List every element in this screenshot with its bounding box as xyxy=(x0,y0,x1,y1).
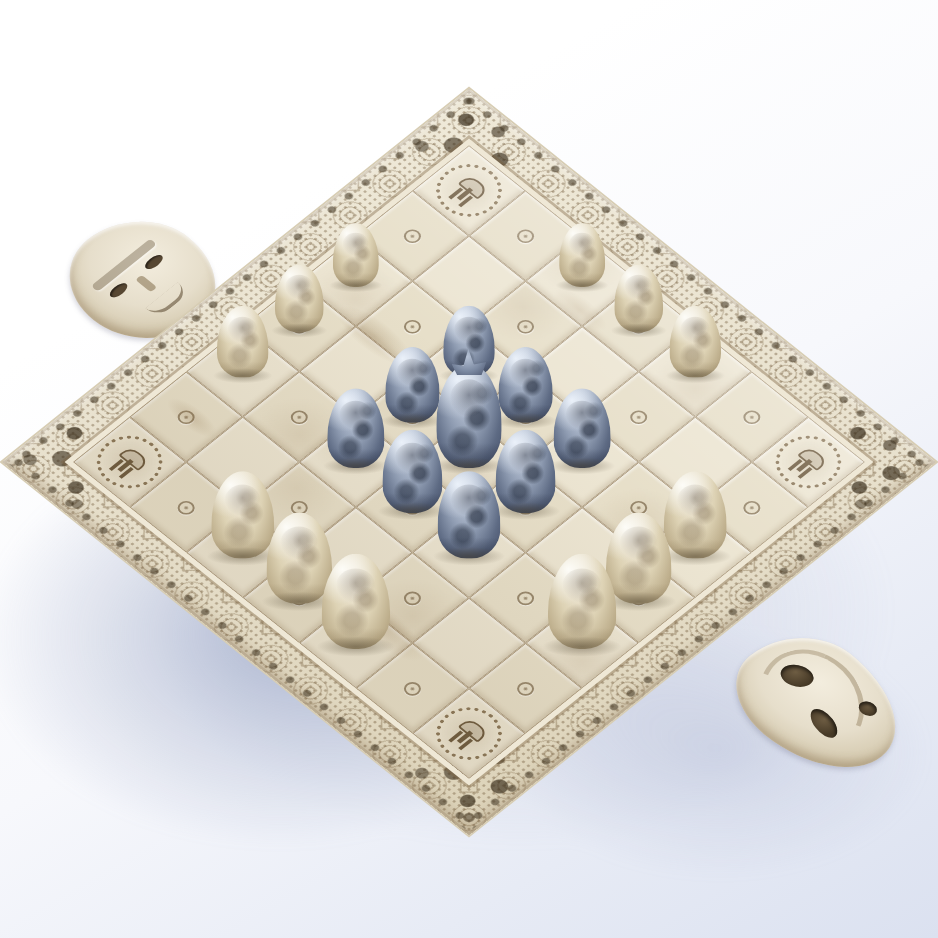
helmet-cross-emblem-icon xyxy=(108,445,150,479)
face-nose xyxy=(135,275,157,293)
attacker-piece[interactable] xyxy=(559,223,605,287)
tafl-photo-scene: Hnefatafl (Viking tafl) — carved ceramic… xyxy=(0,0,938,938)
face-eye-right xyxy=(142,253,165,272)
attacker-piece[interactable] xyxy=(670,306,722,378)
tafl-board xyxy=(2,89,935,836)
incised-ring-mark xyxy=(514,588,538,607)
incised-ring-mark xyxy=(400,588,424,607)
helmet-cross-emblem-icon xyxy=(448,174,490,208)
helmet-cross-emblem-icon xyxy=(448,717,490,751)
attacker-piece[interactable] xyxy=(614,264,663,332)
incised-ring-mark xyxy=(740,407,764,426)
incised-ring-mark xyxy=(400,226,424,245)
incised-ring-mark xyxy=(740,498,764,517)
helmet-cross-emblem-icon xyxy=(787,445,829,479)
incised-ring-mark xyxy=(514,679,538,698)
incised-ring-mark xyxy=(514,226,538,245)
beast-curl-carving xyxy=(742,637,882,763)
incised-ring-mark xyxy=(514,317,538,336)
face-eye-left xyxy=(107,281,130,300)
incised-ring-mark xyxy=(287,407,311,426)
beast-handle[interactable] xyxy=(708,615,930,793)
incised-ring-mark xyxy=(627,407,651,426)
incised-ring-mark xyxy=(400,317,424,336)
incised-ring-mark xyxy=(174,498,198,517)
incised-ring-mark xyxy=(174,407,198,426)
incised-ring-mark xyxy=(400,679,424,698)
